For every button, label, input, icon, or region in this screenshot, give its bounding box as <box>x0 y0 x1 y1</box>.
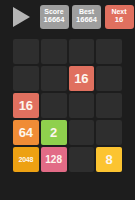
best-box: Best 16664 <box>72 5 101 29</box>
grid-cell-empty[interactable] <box>96 120 122 145</box>
grid-cell-empty[interactable] <box>41 66 67 91</box>
play-button[interactable] <box>6 5 36 29</box>
score-value: 16664 <box>44 16 65 25</box>
tile-128[interactable]: 128 <box>41 147 67 172</box>
tile-2[interactable]: 2 <box>41 120 67 145</box>
next-value: 16 <box>115 16 123 25</box>
grid-cell-empty[interactable] <box>13 66 39 91</box>
game-board[interactable]: 161664220481288 <box>13 39 122 172</box>
tile-16[interactable]: 16 <box>69 66 95 91</box>
score-box: Score 16664 <box>40 5 69 29</box>
grid-cell-empty[interactable] <box>41 93 67 118</box>
grid-cell-empty[interactable] <box>69 120 95 145</box>
play-icon <box>13 7 30 27</box>
grid-cell-empty[interactable] <box>69 39 95 64</box>
best-value: 16664 <box>76 16 97 25</box>
tile-2048[interactable]: 2048 <box>13 147 39 172</box>
grid-cell-empty[interactable] <box>96 66 122 91</box>
game-screen: Score 16664 Best 16664 Next 16 161664220… <box>0 0 135 200</box>
tile-16[interactable]: 16 <box>13 93 39 118</box>
grid-cell-empty[interactable] <box>69 93 95 118</box>
grid-cell-empty[interactable] <box>13 39 39 64</box>
next-tile-box: Next 16 <box>105 5 134 29</box>
top-bar: Score 16664 Best 16664 Next 16 <box>0 0 135 33</box>
grid-cell-empty[interactable] <box>96 39 122 64</box>
tile-8[interactable]: 8 <box>96 147 122 172</box>
tile-64[interactable]: 64 <box>13 120 39 145</box>
grid-cell-empty[interactable] <box>41 39 67 64</box>
grid-cell-empty[interactable] <box>69 147 95 172</box>
grid-cell-empty[interactable] <box>96 93 122 118</box>
